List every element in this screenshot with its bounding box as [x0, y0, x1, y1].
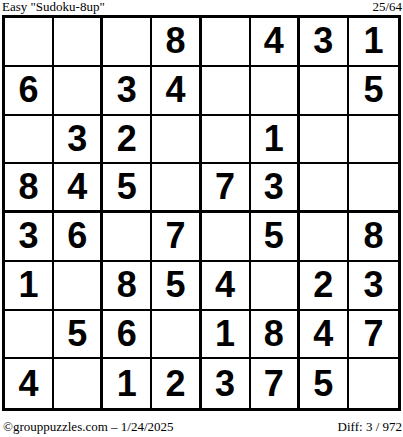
header: Easy "Sudoku-8up" 25/64: [2, 0, 402, 14]
given-digit: 3: [67, 121, 87, 157]
cell-r1c6[interactable]: 4: [251, 18, 300, 67]
cell-r6c6[interactable]: [251, 262, 300, 311]
cell-r8c2[interactable]: [54, 359, 103, 408]
cell-r6c5[interactable]: 4: [202, 262, 251, 311]
cell-r3c5[interactable]: [202, 116, 251, 165]
given-digit: 5: [264, 218, 284, 254]
cell-r2c6[interactable]: [251, 67, 300, 116]
cell-r4c1[interactable]: 8: [5, 164, 54, 213]
cell-r3c1[interactable]: [5, 116, 54, 165]
given-digit: 3: [117, 72, 137, 108]
cell-r8c8[interactable]: [349, 359, 398, 408]
given-digit: 8: [117, 267, 137, 303]
given-digit: 5: [67, 316, 87, 352]
cell-r1c3[interactable]: [103, 18, 152, 67]
given-digit: 8: [363, 218, 383, 254]
given-digit: 8: [165, 23, 185, 59]
cell-r1c7[interactable]: 3: [300, 18, 349, 67]
given-digit: 5: [363, 72, 383, 108]
given-digit: 6: [67, 218, 87, 254]
given-digit: 3: [19, 218, 39, 254]
given-digit: 3: [264, 169, 284, 205]
cell-r5c3[interactable]: [103, 213, 152, 262]
given-digit: 5: [313, 366, 333, 402]
cell-r4c4[interactable]: [152, 164, 201, 213]
cell-r4c2[interactable]: 4: [54, 164, 103, 213]
cell-r3c4[interactable]: [152, 116, 201, 165]
cell-r2c5[interactable]: [202, 67, 251, 116]
cell-r8c6[interactable]: 7: [251, 359, 300, 408]
cell-r7c1[interactable]: [5, 311, 54, 360]
given-digit: 7: [215, 169, 235, 205]
given-digit: 4: [67, 169, 87, 205]
cell-r7c8[interactable]: 7: [349, 311, 398, 360]
given-digit: 1: [117, 366, 137, 402]
given-digit: 4: [19, 366, 39, 402]
cell-r5c6[interactable]: 5: [251, 213, 300, 262]
cell-r4c3[interactable]: 5: [103, 164, 152, 213]
cell-r2c2[interactable]: [54, 67, 103, 116]
given-digit: 7: [264, 366, 284, 402]
cell-r1c8[interactable]: 1: [349, 18, 398, 67]
given-digit: 6: [19, 72, 39, 108]
given-digit: 1: [363, 23, 383, 59]
cell-r2c8[interactable]: 5: [349, 67, 398, 116]
given-digit: 1: [264, 121, 284, 157]
footer: ©grouppuzzles.com – 1/24/2025 Diff: 3 / …: [3, 420, 402, 434]
puzzle-page: Easy "Sudoku-8up" 25/64 8431634532184573…: [0, 0, 403, 437]
cell-r4c8[interactable]: [349, 164, 398, 213]
cell-r6c4[interactable]: 5: [152, 262, 201, 311]
cell-r5c5[interactable]: [202, 213, 251, 262]
cell-r5c4[interactable]: 7: [152, 213, 201, 262]
given-digit: 3: [215, 366, 235, 402]
cell-r8c7[interactable]: 5: [300, 359, 349, 408]
given-digit: 3: [363, 267, 383, 303]
cell-r3c7[interactable]: [300, 116, 349, 165]
given-digit: 5: [117, 169, 137, 205]
cell-r7c6[interactable]: 8: [251, 311, 300, 360]
cell-r1c1[interactable]: [5, 18, 54, 67]
cell-r8c5[interactable]: 3: [202, 359, 251, 408]
cell-r7c2[interactable]: 5: [54, 311, 103, 360]
cell-r7c5[interactable]: 1: [202, 311, 251, 360]
given-digit: 2: [117, 121, 137, 157]
given-digit: 6: [117, 316, 137, 352]
cell-r6c8[interactable]: 3: [349, 262, 398, 311]
cell-r1c2[interactable]: [54, 18, 103, 67]
given-digit: 8: [19, 169, 39, 205]
given-digit: 2: [165, 366, 185, 402]
cell-r2c4[interactable]: 4: [152, 67, 201, 116]
given-digit: 5: [165, 267, 185, 303]
given-digit: 2: [313, 267, 333, 303]
given-digit: 4: [165, 72, 185, 108]
cell-r5c2[interactable]: 6: [54, 213, 103, 262]
cell-r6c7[interactable]: 2: [300, 262, 349, 311]
cell-r3c6[interactable]: 1: [251, 116, 300, 165]
given-digit: 1: [215, 316, 235, 352]
cell-r1c4[interactable]: 8: [152, 18, 201, 67]
footer-copyright: ©grouppuzzles.com – 1/24/2025: [3, 420, 174, 434]
given-digit: 7: [165, 218, 185, 254]
cell-r4c5[interactable]: 7: [202, 164, 251, 213]
cell-r4c6[interactable]: 3: [251, 164, 300, 213]
footer-difficulty: Diff: 3 / 972: [338, 420, 402, 434]
given-digit: 4: [313, 316, 333, 352]
cell-r1c5[interactable]: [202, 18, 251, 67]
page-title: Easy "Sudoku-8up": [2, 0, 105, 14]
cell-r3c8[interactable]: [349, 116, 398, 165]
cell-r6c3[interactable]: 8: [103, 262, 152, 311]
cell-r6c2[interactable]: [54, 262, 103, 311]
given-digit: 4: [215, 267, 235, 303]
cell-r2c1[interactable]: 6: [5, 67, 54, 116]
cell-r4c7[interactable]: [300, 164, 349, 213]
sudoku-grid: 843163453218457336758185423561847412375: [2, 15, 401, 411]
cell-r8c3[interactable]: 1: [103, 359, 152, 408]
cell-r6c1[interactable]: 1: [5, 262, 54, 311]
cell-r3c3[interactable]: 2: [103, 116, 152, 165]
puzzle-counter: 25/64: [372, 0, 402, 14]
cell-r8c4[interactable]: 2: [152, 359, 201, 408]
cell-r7c3[interactable]: 6: [103, 311, 152, 360]
cell-r5c1[interactable]: 3: [5, 213, 54, 262]
given-digit: 3: [313, 23, 333, 59]
given-digit: 7: [363, 316, 383, 352]
cell-r5c7[interactable]: [300, 213, 349, 262]
given-digit: 4: [264, 23, 284, 59]
given-digit: 1: [19, 267, 39, 303]
cell-r8c1[interactable]: 4: [5, 359, 54, 408]
cell-r2c3[interactable]: 3: [103, 67, 152, 116]
cell-r3c2[interactable]: 3: [54, 116, 103, 165]
cell-r5c8[interactable]: 8: [349, 213, 398, 262]
cell-r2c7[interactable]: [300, 67, 349, 116]
cell-r7c7[interactable]: 4: [300, 311, 349, 360]
given-digit: 8: [264, 316, 284, 352]
cell-r7c4[interactable]: [152, 311, 201, 360]
